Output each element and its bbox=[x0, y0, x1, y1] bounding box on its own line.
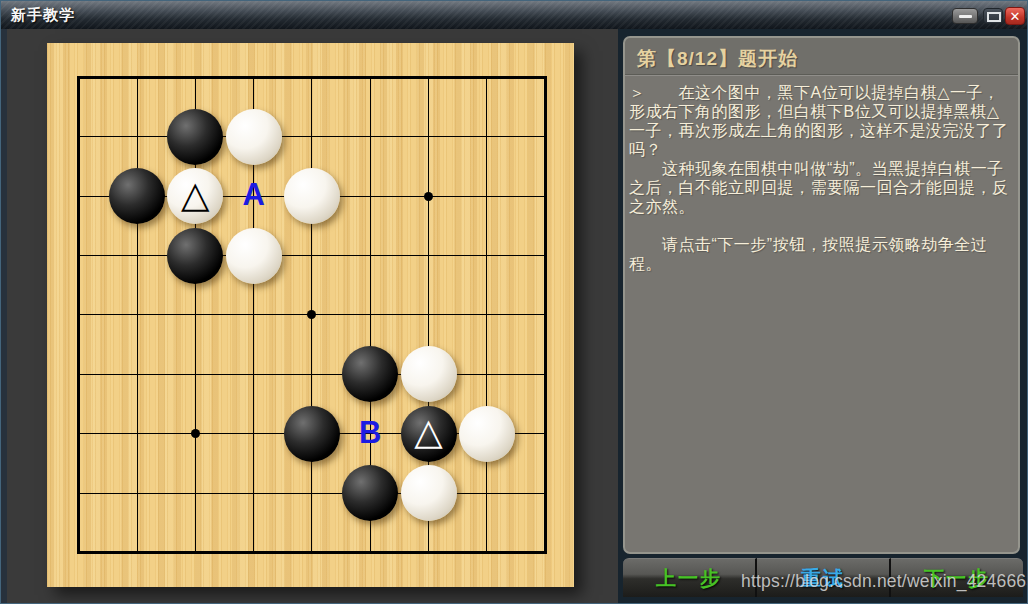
board-grid-line bbox=[79, 493, 545, 494]
black-stone bbox=[167, 109, 223, 165]
window-left-edge bbox=[1, 29, 7, 604]
triangle-marker-icon: △ bbox=[414, 413, 442, 450]
title-bar[interactable]: 新手教学 bbox=[1, 1, 1027, 29]
board-grid-line bbox=[79, 374, 545, 375]
black-stone bbox=[342, 465, 398, 521]
lesson-paragraph: ＞ 在这个图中，黑下A位可以提掉白棋△一子，形成右下角的图形，但白棋下B位又可以… bbox=[629, 83, 1012, 159]
white-stone bbox=[226, 228, 282, 284]
maximize-button[interactable] bbox=[983, 8, 1003, 24]
window-title: 新手教学 bbox=[11, 6, 75, 25]
white-stone bbox=[401, 346, 457, 402]
minimize-icon bbox=[959, 15, 972, 18]
prev-step-button[interactable]: 上一步 bbox=[623, 558, 757, 597]
go-board[interactable]: △△AB bbox=[47, 43, 574, 587]
lesson-title: 第【8/12】题开始 bbox=[625, 38, 798, 72]
lesson-header: 第【8/12】题开始 bbox=[625, 38, 1018, 75]
lesson-panel: 第【8/12】题开始 ＞ 在这个图中，黑下A位可以提掉白棋△一子，形成右下角的图… bbox=[623, 36, 1020, 554]
close-button[interactable]: ✕ bbox=[1005, 7, 1025, 25]
triangle-marker-icon: △ bbox=[181, 176, 209, 213]
app-window: 新手教学 ✕ △△AB 第【8/12】题开始 ＞ 在这个图中，黑下A位可以提掉白… bbox=[0, 0, 1028, 604]
close-icon: ✕ bbox=[1010, 9, 1021, 24]
point-label-b[interactable]: B bbox=[359, 415, 381, 451]
black-stone bbox=[284, 406, 340, 462]
lesson-text: ＞ 在这个图中，黑下A位可以提掉白棋△一子，形成右下角的图形，但白棋下B位又可以… bbox=[625, 75, 1018, 273]
black-stone bbox=[167, 228, 223, 284]
white-stone bbox=[226, 109, 282, 165]
maximize-icon bbox=[987, 12, 1001, 22]
board-grid-line bbox=[486, 77, 487, 552]
minimize-button[interactable] bbox=[952, 8, 978, 24]
black-stone-marked: △ bbox=[401, 406, 457, 462]
white-stone bbox=[284, 168, 340, 224]
white-stone bbox=[401, 465, 457, 521]
navigation-bar: 上一步 重试 下一步 bbox=[623, 558, 1023, 597]
point-label-a[interactable]: A bbox=[242, 177, 264, 213]
white-stone-marked: △ bbox=[167, 168, 223, 224]
star-point bbox=[191, 429, 200, 438]
white-stone bbox=[459, 406, 515, 462]
lesson-paragraph: 这种现象在围棋中叫做“劫”。当黑提掉白棋一子之后，白不能立即回提，需要隔一回合才… bbox=[629, 159, 1012, 216]
lesson-paragraph: 请点击“下一步”按钮，按照提示领略劫争全过程。 bbox=[629, 235, 1012, 273]
retry-button[interactable]: 重试 bbox=[757, 558, 891, 597]
next-step-button[interactable]: 下一步 bbox=[891, 558, 1023, 597]
black-stone bbox=[109, 168, 165, 224]
star-point bbox=[424, 192, 433, 201]
